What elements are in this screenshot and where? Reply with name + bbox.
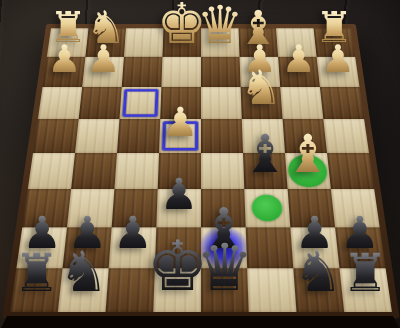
black-knight-b8[interactable]: ♞ [293, 244, 343, 300]
white-pawn-b2[interactable]: ♟ [282, 41, 316, 79]
white-pawn-g2[interactable]: ♟ [86, 41, 120, 79]
white-knight-c3[interactable]: ♞ [240, 63, 283, 111]
black-rook-h8[interactable]: ♜ [13, 247, 60, 300]
pieces-layer: ♜♞♚♛♝♜♟♟♟♟♟♞♟♝♝♟♝♟♟♟♟♟♜♞♚♛♞♜ [0, 0, 400, 328]
black-knight-g8[interactable]: ♞ [59, 244, 109, 300]
black-pawn-e6[interactable]: ♟ [160, 173, 198, 216]
white-pawn-e4[interactable]: ♟ [162, 103, 198, 143]
black-rook-a8[interactable]: ♜ [342, 247, 389, 300]
black-queen-d8[interactable]: ♛ [195, 236, 253, 301]
white-bishop-b5[interactable]: ♝ [284, 127, 331, 180]
black-bishop-c5[interactable]: ♝ [241, 127, 288, 180]
chess-scene: ♜♞♚♛♝♜♟♟♟♟♟♞♟♝♝♟♝♟♟♟♟♟♜♞♚♛♞♜ [0, 0, 400, 328]
white-pawn-a2[interactable]: ♟ [321, 41, 355, 79]
white-pawn-h2[interactable]: ♟ [47, 41, 81, 79]
